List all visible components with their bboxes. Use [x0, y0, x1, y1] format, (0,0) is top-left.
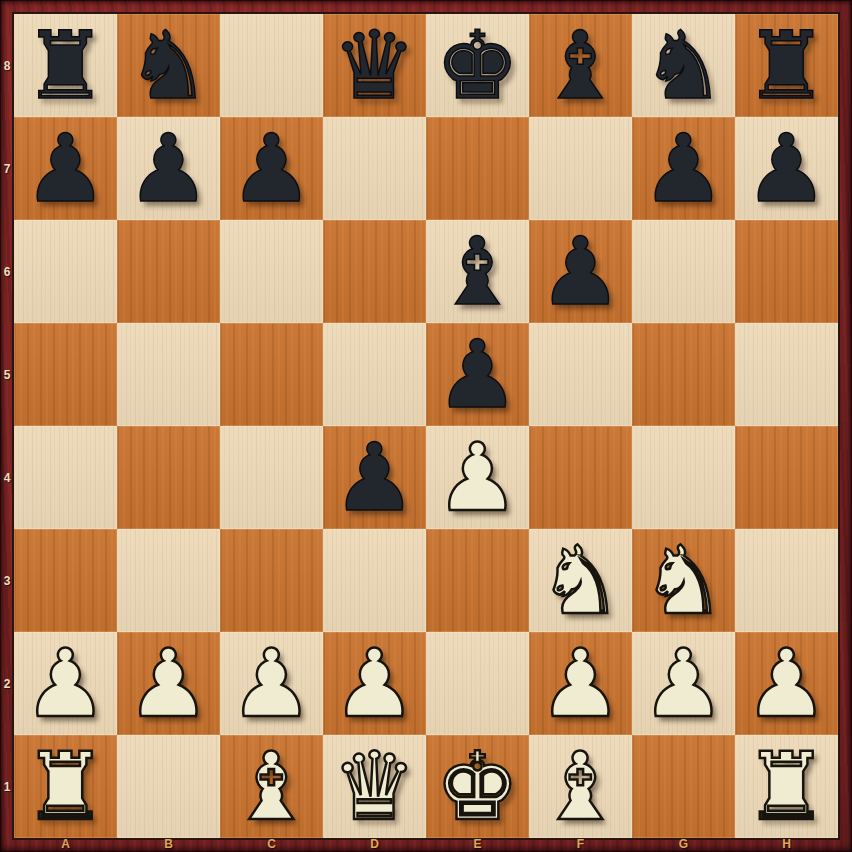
- square-g5[interactable]: [632, 323, 735, 426]
- piece-white-pawn[interactable]: ♟: [229, 632, 313, 735]
- square-d6[interactable]: [323, 220, 426, 323]
- piece-white-bishop[interactable]: ♝: [229, 735, 313, 838]
- square-a8[interactable]: ♜: [14, 14, 117, 117]
- square-f8[interactable]: ♝: [529, 14, 632, 117]
- piece-white-pawn[interactable]: ♟: [538, 632, 622, 735]
- square-g4[interactable]: [632, 426, 735, 529]
- square-e7[interactable]: [426, 117, 529, 220]
- square-h6[interactable]: [735, 220, 838, 323]
- piece-white-knight[interactable]: ♞: [538, 529, 622, 632]
- square-f4[interactable]: [529, 426, 632, 529]
- square-g6[interactable]: [632, 220, 735, 323]
- square-e4[interactable]: ♟: [426, 426, 529, 529]
- piece-black-pawn[interactable]: ♟: [126, 117, 210, 220]
- file-label-d: D: [323, 838, 426, 852]
- rank-label-4: 4: [0, 426, 14, 529]
- square-a6[interactable]: [14, 220, 117, 323]
- rank-label-1: 1: [0, 735, 14, 838]
- square-h7[interactable]: ♟: [735, 117, 838, 220]
- square-g2[interactable]: ♟: [632, 632, 735, 735]
- square-c4[interactable]: [220, 426, 323, 529]
- rank-label-5: 5: [0, 323, 14, 426]
- file-label-a: A: [14, 838, 117, 852]
- file-label-e: E: [426, 838, 529, 852]
- piece-black-knight[interactable]: ♞: [126, 14, 210, 117]
- square-g1[interactable]: [632, 735, 735, 838]
- square-f5[interactable]: [529, 323, 632, 426]
- square-e1[interactable]: ♚: [426, 735, 529, 838]
- square-b3[interactable]: [117, 529, 220, 632]
- piece-white-pawn[interactable]: ♟: [744, 632, 828, 735]
- square-h1[interactable]: ♜: [735, 735, 838, 838]
- square-d5[interactable]: [323, 323, 426, 426]
- square-b7[interactable]: ♟: [117, 117, 220, 220]
- square-h2[interactable]: ♟: [735, 632, 838, 735]
- piece-black-rook[interactable]: ♜: [23, 14, 107, 117]
- piece-black-queen[interactable]: ♛: [332, 14, 416, 117]
- square-a1[interactable]: ♜: [14, 735, 117, 838]
- piece-white-queen[interactable]: ♛: [332, 735, 416, 838]
- file-label-f: F: [529, 838, 632, 852]
- rank-label-6: 6: [0, 220, 14, 323]
- square-f1[interactable]: ♝: [529, 735, 632, 838]
- rank-label-7: 7: [0, 117, 14, 220]
- piece-black-pawn[interactable]: ♟: [641, 117, 725, 220]
- piece-black-pawn[interactable]: ♟: [332, 426, 416, 529]
- rank-label-8: 8: [0, 14, 14, 117]
- board-frame: ♜♞♛♚♝♞♜♟♟♟♟♟♝♟♟♟♟♞♞♟♟♟♟♟♟♟♜♝♛♚♝♜ 8765432…: [0, 0, 852, 852]
- square-h8[interactable]: ♜: [735, 14, 838, 117]
- chess-board: ♜♞♛♚♝♞♜♟♟♟♟♟♝♟♟♟♟♞♞♟♟♟♟♟♟♟♜♝♛♚♝♜: [14, 14, 838, 838]
- piece-white-pawn[interactable]: ♟: [23, 632, 107, 735]
- piece-white-rook[interactable]: ♜: [744, 735, 828, 838]
- square-b4[interactable]: [117, 426, 220, 529]
- square-c3[interactable]: [220, 529, 323, 632]
- square-b6[interactable]: [117, 220, 220, 323]
- square-d4[interactable]: ♟: [323, 426, 426, 529]
- square-d3[interactable]: [323, 529, 426, 632]
- square-b5[interactable]: [117, 323, 220, 426]
- square-h5[interactable]: [735, 323, 838, 426]
- square-d7[interactable]: [323, 117, 426, 220]
- piece-white-king[interactable]: ♚: [435, 735, 519, 838]
- piece-white-pawn[interactable]: ♟: [126, 632, 210, 735]
- square-h4[interactable]: [735, 426, 838, 529]
- piece-white-pawn[interactable]: ♟: [435, 426, 519, 529]
- square-c7[interactable]: ♟: [220, 117, 323, 220]
- square-a7[interactable]: ♟: [14, 117, 117, 220]
- file-label-g: G: [632, 838, 735, 852]
- piece-black-pawn[interactable]: ♟: [435, 323, 519, 426]
- piece-black-knight[interactable]: ♞: [641, 14, 725, 117]
- square-e6[interactable]: ♝: [426, 220, 529, 323]
- square-f2[interactable]: ♟: [529, 632, 632, 735]
- rank-label-3: 3: [0, 529, 14, 632]
- file-label-b: B: [117, 838, 220, 852]
- square-a3[interactable]: [14, 529, 117, 632]
- piece-black-king[interactable]: ♚: [435, 14, 519, 117]
- piece-black-bishop[interactable]: ♝: [435, 220, 519, 323]
- square-f7[interactable]: [529, 117, 632, 220]
- square-e3[interactable]: [426, 529, 529, 632]
- square-b1[interactable]: [117, 735, 220, 838]
- square-a5[interactable]: [14, 323, 117, 426]
- square-a2[interactable]: ♟: [14, 632, 117, 735]
- square-h3[interactable]: [735, 529, 838, 632]
- square-e2[interactable]: [426, 632, 529, 735]
- piece-black-pawn[interactable]: ♟: [23, 117, 107, 220]
- piece-white-pawn[interactable]: ♟: [332, 632, 416, 735]
- square-b2[interactable]: ♟: [117, 632, 220, 735]
- square-c5[interactable]: [220, 323, 323, 426]
- square-e5[interactable]: ♟: [426, 323, 529, 426]
- piece-black-pawn[interactable]: ♟: [538, 220, 622, 323]
- file-label-h: H: [735, 838, 838, 852]
- square-c1[interactable]: ♝: [220, 735, 323, 838]
- file-label-c: C: [220, 838, 323, 852]
- rank-labels: 87654321: [0, 14, 14, 838]
- square-e8[interactable]: ♚: [426, 14, 529, 117]
- square-f3[interactable]: ♞: [529, 529, 632, 632]
- square-g8[interactable]: ♞: [632, 14, 735, 117]
- piece-black-pawn[interactable]: ♟: [744, 117, 828, 220]
- square-d1[interactable]: ♛: [323, 735, 426, 838]
- piece-white-knight[interactable]: ♞: [641, 529, 725, 632]
- rank-label-2: 2: [0, 632, 14, 735]
- piece-black-pawn[interactable]: ♟: [229, 117, 313, 220]
- piece-black-bishop[interactable]: ♝: [538, 14, 622, 117]
- square-b8[interactable]: ♞: [117, 14, 220, 117]
- square-c6[interactable]: [220, 220, 323, 323]
- square-d2[interactable]: ♟: [323, 632, 426, 735]
- piece-white-bishop[interactable]: ♝: [538, 735, 622, 838]
- square-f6[interactable]: ♟: [529, 220, 632, 323]
- square-g3[interactable]: ♞: [632, 529, 735, 632]
- square-g7[interactable]: ♟: [632, 117, 735, 220]
- square-d8[interactable]: ♛: [323, 14, 426, 117]
- piece-white-pawn[interactable]: ♟: [641, 632, 725, 735]
- square-c8[interactable]: [220, 14, 323, 117]
- piece-white-rook[interactable]: ♜: [23, 735, 107, 838]
- piece-black-rook[interactable]: ♜: [744, 14, 828, 117]
- file-labels: ABCDEFGH: [14, 838, 838, 852]
- square-a4[interactable]: [14, 426, 117, 529]
- square-c2[interactable]: ♟: [220, 632, 323, 735]
